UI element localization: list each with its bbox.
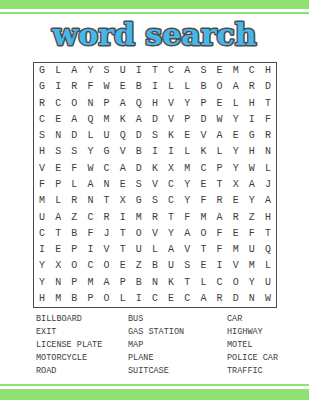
grid-cell: S	[147, 128, 163, 144]
word-item: SUITCASE	[128, 365, 184, 378]
grid-cell: L	[260, 161, 276, 177]
grid-cell: L	[260, 258, 276, 274]
grid-cell: H	[260, 209, 276, 225]
grid-cell: K	[147, 161, 163, 177]
grid-cell: A	[244, 177, 260, 193]
grid-cell: Y	[228, 144, 244, 160]
grid-cell: T	[50, 226, 66, 242]
grid-cell: Q	[115, 128, 131, 144]
word-item: BILLBOARD	[36, 313, 102, 326]
grid-cell: S	[147, 193, 163, 209]
grid-cell: T	[99, 193, 115, 209]
grid-cell: L	[50, 193, 66, 209]
grid-cell: M	[99, 112, 115, 128]
grid-cell: O	[99, 258, 115, 274]
grid-cell: M	[82, 274, 98, 290]
grid-cell: Y	[179, 177, 195, 193]
grid-cell: E	[50, 242, 66, 258]
grid-cell: N	[147, 274, 163, 290]
grid-cell: F	[179, 209, 195, 225]
grid-cell: L	[66, 177, 82, 193]
grid-cell: E	[228, 128, 244, 144]
word-column-1: BILLBOARDEXITLICENSE PLATEMOTORCYCLEROAD	[36, 313, 102, 378]
grid-cell: L	[228, 96, 244, 112]
grid-cell: D	[131, 161, 147, 177]
grid-cell: A	[228, 79, 244, 95]
top-accent-bar	[0, 0, 309, 9]
word-item: MAP	[128, 339, 184, 352]
grid-cell: S	[34, 128, 50, 144]
grid-cell: V	[147, 226, 163, 242]
grid-cell: M	[228, 63, 244, 79]
grid-cell: G	[131, 193, 147, 209]
grid-cell: N	[50, 274, 66, 290]
grid-cell: U	[99, 128, 115, 144]
grid-cell: Q	[131, 96, 147, 112]
word-item: POLICE CAR	[227, 352, 278, 365]
grid-cell: O	[228, 274, 244, 290]
grid-cell: Y	[82, 63, 98, 79]
grid-cell: R	[211, 291, 227, 307]
grid-cell: Y	[163, 226, 179, 242]
grid-cell: E	[211, 96, 227, 112]
grid-cell: E	[195, 177, 211, 193]
grid-cell: H	[260, 63, 276, 79]
grid-cell: P	[50, 177, 66, 193]
grid-cell: P	[66, 242, 82, 258]
grid-cell: P	[82, 291, 98, 307]
grid-cell: L	[195, 274, 211, 290]
grid-cell: C	[99, 161, 115, 177]
grid-cell: P	[195, 96, 211, 112]
grid-cell: G	[244, 128, 260, 144]
grid-cell: T	[179, 274, 195, 290]
grid-cell: A	[50, 209, 66, 225]
word-item: ROAD	[36, 365, 102, 378]
grid-cell: E	[115, 177, 131, 193]
grid-cell: K	[163, 128, 179, 144]
grid-cell: I	[147, 79, 163, 95]
grid-cell: W	[82, 161, 98, 177]
grid-cell: A	[115, 161, 131, 177]
grid-cell: L	[179, 79, 195, 95]
grid-cell: I	[82, 242, 98, 258]
grid-cell: R	[66, 79, 82, 95]
grid-cell: E	[179, 128, 195, 144]
grid-cell: O	[66, 96, 82, 112]
grid-cell: Y	[82, 144, 98, 160]
grid-cell: W	[99, 79, 115, 95]
grid-cell: X	[115, 193, 131, 209]
word-item: TRAFFIC	[227, 365, 278, 378]
grid-cell: I	[115, 209, 131, 225]
grid-cell: A	[195, 291, 211, 307]
grid-cell: T	[260, 226, 276, 242]
grid-cell: L	[163, 79, 179, 95]
grid-cell: H	[244, 96, 260, 112]
grid-cell: C	[195, 161, 211, 177]
grid-cell: A	[163, 242, 179, 258]
grid-cell: G	[34, 79, 50, 95]
grid-cell: A	[99, 274, 115, 290]
word-item: HIGHWAY	[227, 326, 278, 339]
grid-cell: D	[195, 112, 211, 128]
grid-cell: E	[228, 193, 244, 209]
grid-cell: R	[99, 209, 115, 225]
bottom-accent-line	[0, 384, 309, 386]
grid-cell: S	[50, 144, 66, 160]
grid-cell: L	[211, 144, 227, 160]
grid-cell: P	[66, 274, 82, 290]
grid-cell: S	[99, 63, 115, 79]
grid-cell: V	[99, 242, 115, 258]
grid-cell: N	[244, 291, 260, 307]
grid-cell: M	[50, 291, 66, 307]
grid-cell: H	[34, 144, 50, 160]
grid-cell: F	[82, 79, 98, 95]
grid-cell: C	[244, 63, 260, 79]
grid-cell: N	[50, 128, 66, 144]
grid-cell: N	[82, 193, 98, 209]
grid-cell: X	[163, 161, 179, 177]
grid-cell: A	[66, 112, 82, 128]
grid-cell: D	[131, 128, 147, 144]
grid-cell: H	[244, 144, 260, 160]
grid-cell: Z	[66, 209, 82, 225]
grid-cell: H	[147, 96, 163, 112]
grid-cell: F	[34, 177, 50, 193]
grid-cell: F	[211, 242, 227, 258]
grid-cell: T	[163, 209, 179, 225]
grid-cell: R	[260, 128, 276, 144]
grid-cell: D	[260, 79, 276, 95]
grid-cell: T	[195, 242, 211, 258]
grid-cell: O	[131, 226, 147, 242]
grid-cell: R	[34, 96, 50, 112]
grid-cell: X	[50, 258, 66, 274]
grid-cell: Y	[34, 258, 50, 274]
grid-cell: U	[163, 258, 179, 274]
grid-cell: V	[147, 177, 163, 193]
grid-cell: U	[131, 242, 147, 258]
grid-cell: E	[211, 63, 227, 79]
grid-cell: O	[211, 79, 227, 95]
grid-cell: F	[66, 161, 82, 177]
grid-cell: B	[131, 274, 147, 290]
grid-cell: E	[50, 112, 66, 128]
grid-cell: I	[50, 79, 66, 95]
grid-cell: C	[34, 226, 50, 242]
grid-cell: U	[260, 274, 276, 290]
grid-cell: E	[115, 258, 131, 274]
grid-cell: N	[82, 96, 98, 112]
grid-cell: R	[244, 79, 260, 95]
grid-cell: F	[211, 226, 227, 242]
grid-cell: R	[147, 209, 163, 225]
grid-cell: C	[163, 177, 179, 193]
grid-cell: F	[260, 112, 276, 128]
grid-cell: P	[179, 112, 195, 128]
word-item: MOTEL	[227, 339, 278, 352]
grid-cell: V	[179, 242, 195, 258]
grid-cell: Y	[244, 193, 260, 209]
grid-cell: E	[115, 79, 131, 95]
grid-cell: U	[34, 209, 50, 225]
grid-cell: Y	[179, 96, 195, 112]
grid-cell: A	[211, 209, 227, 225]
grid-cell: B	[131, 144, 147, 160]
grid-cell: C	[82, 209, 98, 225]
grid-cell: E	[163, 291, 179, 307]
grid-cell: V	[228, 258, 244, 274]
grid-cell: B	[147, 258, 163, 274]
grid-cell: F	[82, 226, 98, 242]
grid-cell: D	[228, 291, 244, 307]
grid-cell: Z	[244, 209, 260, 225]
grid-cell: A	[82, 177, 98, 193]
grid-cell: K	[163, 274, 179, 290]
grid-cell: R	[66, 193, 82, 209]
grid-cell: I	[163, 144, 179, 160]
grid-cell: L	[82, 128, 98, 144]
grid-cell: Q	[82, 112, 98, 128]
grid-cell: O	[195, 226, 211, 242]
grid-cell: I	[244, 112, 260, 128]
grid-cell: M	[244, 258, 260, 274]
grid-cell: L	[50, 63, 66, 79]
grid-cell: V	[34, 161, 50, 177]
grid-cell: K	[195, 144, 211, 160]
grid-cell: S	[66, 144, 82, 160]
grid-cell: G	[99, 144, 115, 160]
word-item: GAS STATION	[128, 326, 184, 339]
grid-cell: A	[179, 226, 195, 242]
grid-cell: S	[179, 258, 195, 274]
grid-cell: L	[179, 144, 195, 160]
grid-cell: Q	[260, 242, 276, 258]
grid-cell: O	[99, 291, 115, 307]
grid-cell: C	[147, 291, 163, 307]
grid-cell: C	[163, 63, 179, 79]
grid-cell: T	[260, 96, 276, 112]
grid-cell: V	[163, 96, 179, 112]
word-column-3: CARHIGHWAYMOTELPOLICE CARTRAFFIC	[227, 313, 278, 378]
grid-cell: A	[66, 63, 82, 79]
grid-cell: I	[147, 144, 163, 160]
grid-cell: T	[147, 63, 163, 79]
grid-cell: Z	[131, 258, 147, 274]
bottom-accent-bar	[0, 389, 309, 400]
word-item: MOTORCYCLE	[36, 352, 102, 365]
grid-cell: D	[66, 128, 82, 144]
grid-cell: Y	[228, 161, 244, 177]
grid-cell: P	[115, 274, 131, 290]
grid-cell: A	[260, 193, 276, 209]
grid-cell: T	[115, 242, 131, 258]
grid-cell: E	[195, 258, 211, 274]
word-item: BUS	[128, 313, 184, 326]
grid-cell: W	[260, 291, 276, 307]
grid-cell: N	[99, 177, 115, 193]
grid-cell: B	[195, 79, 211, 95]
grid-cell: F	[195, 193, 211, 209]
grid-cell: C	[179, 291, 195, 307]
word-list: BILLBOARDEXITLICENSE PLATEMOTORCYCLEROAD…	[0, 313, 309, 379]
grid-cell: K	[115, 112, 131, 128]
grid-cell: M	[131, 209, 147, 225]
grid-cell: P	[99, 96, 115, 112]
letter-grid: GLAYSUITCASEMCHGIRFWEBILLBOARDRCONPAQHVY…	[33, 62, 277, 308]
grid-cell: A	[131, 112, 147, 128]
grid-cell: Y	[228, 112, 244, 128]
grid-cell: B	[131, 79, 147, 95]
grid-cell: D	[147, 112, 163, 128]
grid-cell: V	[115, 144, 131, 160]
grid-cell: Y	[244, 274, 260, 290]
grid-cell: A	[179, 63, 195, 79]
grid-cell: I	[131, 63, 147, 79]
grid-cell: I	[211, 258, 227, 274]
grid-cell: E	[228, 226, 244, 242]
grid-cell: E	[50, 161, 66, 177]
grid-cell: C	[50, 96, 66, 112]
grid-cell: M	[34, 193, 50, 209]
grid-cell: Y	[179, 193, 195, 209]
word-item: CAR	[227, 313, 278, 326]
word-item: LICENSE PLATE	[36, 339, 102, 352]
grid-cell: M	[179, 161, 195, 177]
grid-cell: C	[163, 193, 179, 209]
grid-cell: C	[82, 258, 98, 274]
grid-cell: M	[195, 209, 211, 225]
grid-cell: R	[228, 209, 244, 225]
grid-cell: S	[195, 63, 211, 79]
grid-cell: S	[131, 177, 147, 193]
grid-cell: J	[260, 177, 276, 193]
page-title-text: word search	[51, 17, 257, 52]
grid-cell: U	[244, 242, 260, 258]
grid-cell: T	[115, 226, 131, 242]
grid-cell: W	[211, 112, 227, 128]
grid-cell: H	[34, 291, 50, 307]
page-title: word search	[0, 14, 309, 56]
grid-cell: I	[34, 242, 50, 258]
grid-cell: L	[147, 242, 163, 258]
grid-cell: B	[66, 291, 82, 307]
grid-cell: U	[115, 63, 131, 79]
grid-cell: G	[34, 63, 50, 79]
grid-cell: C	[211, 274, 227, 290]
word-item: EXIT	[36, 326, 102, 339]
grid-cell: V	[195, 128, 211, 144]
grid-cell: M	[228, 242, 244, 258]
grid-cell: B	[66, 226, 82, 242]
grid-cell: I	[131, 291, 147, 307]
word-column-2: BUSGAS STATIONMAPPLANESUITCASE	[128, 313, 184, 378]
grid-cell: V	[163, 112, 179, 128]
grid-cell: J	[99, 226, 115, 242]
grid-cell: A	[115, 96, 131, 112]
grid-cell: X	[228, 177, 244, 193]
grid-cell: F	[244, 226, 260, 242]
grid-cell: C	[34, 112, 50, 128]
grid-cell: P	[211, 161, 227, 177]
grid-cell: A	[211, 128, 227, 144]
grid-cell: N	[260, 144, 276, 160]
grid-cell: T	[211, 177, 227, 193]
grid-cell: O	[66, 258, 82, 274]
grid-cell: W	[244, 161, 260, 177]
grid-cell: Y	[34, 274, 50, 290]
word-item: PLANE	[128, 352, 184, 365]
grid-cell: L	[115, 291, 131, 307]
grid-cell: R	[211, 193, 227, 209]
